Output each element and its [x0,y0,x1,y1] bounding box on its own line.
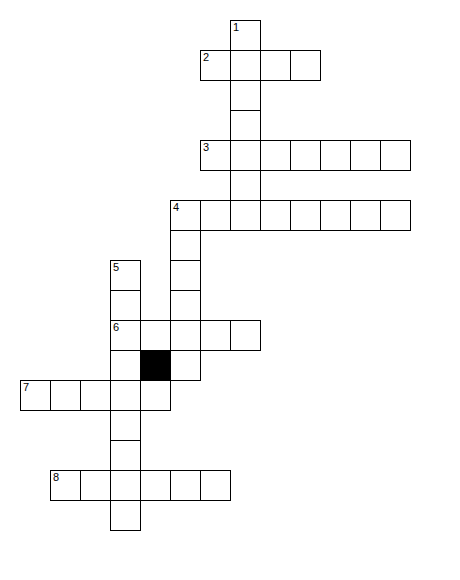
white-cell[interactable] [110,500,141,531]
white-cell[interactable] [320,140,351,171]
white-cell[interactable]: 5 [110,260,141,291]
white-cell[interactable] [200,320,231,351]
white-cell[interactable] [140,470,171,501]
white-cell[interactable] [230,110,261,141]
white-cell[interactable] [230,200,261,231]
white-cell[interactable] [170,470,201,501]
white-cell[interactable] [110,380,141,411]
white-cell[interactable] [50,380,81,411]
white-cell[interactable] [290,140,321,171]
white-cell[interactable] [230,50,261,81]
white-cell[interactable] [170,350,201,381]
crossword-board: 12345678 [20,20,411,531]
white-cell[interactable] [110,410,141,441]
white-cell[interactable] [140,380,171,411]
clue-number: 3 [203,142,209,153]
white-cell[interactable] [110,440,141,471]
white-cell[interactable]: 3 [200,140,231,171]
white-cell[interactable] [350,140,381,171]
white-cell[interactable] [290,200,321,231]
white-cell[interactable] [110,290,141,321]
clue-number: 2 [203,52,209,63]
white-cell[interactable] [230,170,261,201]
white-cell[interactable] [200,470,231,501]
white-cell[interactable] [380,200,411,231]
white-cell[interactable] [290,50,321,81]
white-cell[interactable] [80,380,111,411]
white-cell[interactable] [80,470,111,501]
clue-number: 8 [53,472,59,483]
white-cell[interactable]: 8 [50,470,81,501]
white-cell[interactable] [230,80,261,111]
white-cell[interactable]: 6 [110,320,141,351]
white-cell[interactable] [170,290,201,321]
black-cell [140,350,171,381]
white-cell[interactable] [140,320,171,351]
white-cell[interactable] [320,200,351,231]
white-cell[interactable]: 2 [200,50,231,81]
clue-number: 1 [233,22,239,33]
white-cell[interactable] [230,320,261,351]
white-cell[interactable] [170,230,201,261]
crossword-page: 12345678 [0,0,460,580]
clue-number: 4 [173,202,179,213]
white-cell[interactable] [170,260,201,291]
clue-number: 5 [113,262,119,273]
white-cell[interactable] [230,140,261,171]
white-cell[interactable] [110,470,141,501]
white-cell[interactable] [170,320,201,351]
white-cell[interactable] [350,200,381,231]
clue-number: 6 [113,322,119,333]
white-cell[interactable]: 4 [170,200,201,231]
white-cell[interactable] [260,200,291,231]
white-cell[interactable] [200,200,231,231]
clue-number: 7 [23,382,29,393]
white-cell[interactable]: 7 [20,380,51,411]
white-cell[interactable]: 1 [230,20,261,51]
white-cell[interactable] [380,140,411,171]
white-cell[interactable] [260,140,291,171]
white-cell[interactable] [110,350,141,381]
white-cell[interactable] [260,50,291,81]
